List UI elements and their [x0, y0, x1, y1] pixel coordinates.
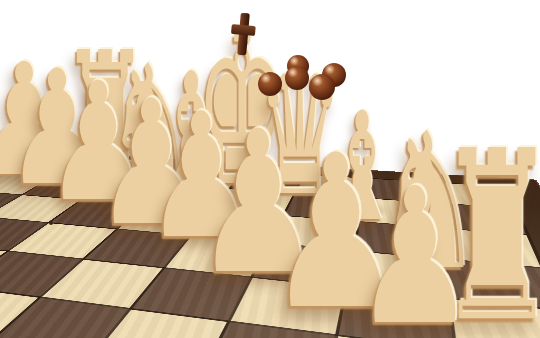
chess-set-photo: ♟♜♚♞♟♝♛♟♝♟♟♞♟♟♜♟ [0, 0, 540, 338]
queen-finial-ball-4 [285, 66, 309, 90]
queen-finial-ball-3 [258, 72, 282, 96]
king-cross-finial [229, 12, 257, 56]
king-cross-horizontal [231, 24, 256, 36]
piece-white-pawn-8: ♟ [354, 164, 475, 338]
queen-finial-ball-5 [309, 74, 335, 100]
pieces-layer: ♟♜♚♞♟♝♛♟♝♟♟♞♟♟♜♟ [0, 0, 540, 338]
